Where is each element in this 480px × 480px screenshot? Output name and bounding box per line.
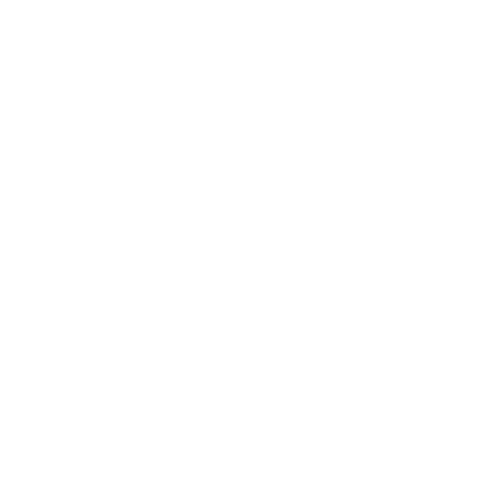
product-photo-scene xyxy=(0,0,480,480)
